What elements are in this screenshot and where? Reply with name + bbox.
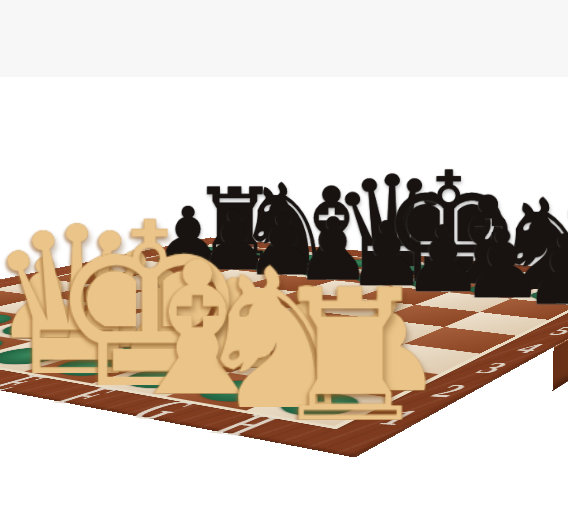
piece-white-rook[interactable]: ♜	[268, 265, 371, 404]
board-frame: ♜♞♝♛♚♝♞♜♟♟♟♟♟♟♟♟♟♟♟♟♟♟♟♟♜♞♝♛♚♝♞♜ ABCDEFG…	[0, 237, 568, 457]
brass-clasp-icon	[15, 403, 66, 470]
piece-black-pawn[interactable]: ♟	[461, 218, 529, 289]
chessboard-scene: ♜♞♝♛♚♝♞♜♟♟♟♟♟♟♟♟♟♟♟♟♟♟♟♟♜♞♝♛♚♝♞♜ ABCDEFG…	[0, 0, 568, 532]
piece-black-pawn[interactable]: ♟	[522, 223, 568, 296]
product-photo-stage: ♜♞♝♛♚♝♞♜♟♟♟♟♟♟♟♟♟♟♟♟♟♟♟♟♜♞♝♛♚♝♞♜ ABCDEFG…	[0, 0, 568, 532]
chess-board: ♜♞♝♛♚♝♞♜♟♟♟♟♟♟♟♟♟♟♟♟♟♟♟♟♜♞♝♛♚♝♞♜ ABCDEFG…	[0, 237, 568, 457]
box-seam	[547, 351, 549, 395]
